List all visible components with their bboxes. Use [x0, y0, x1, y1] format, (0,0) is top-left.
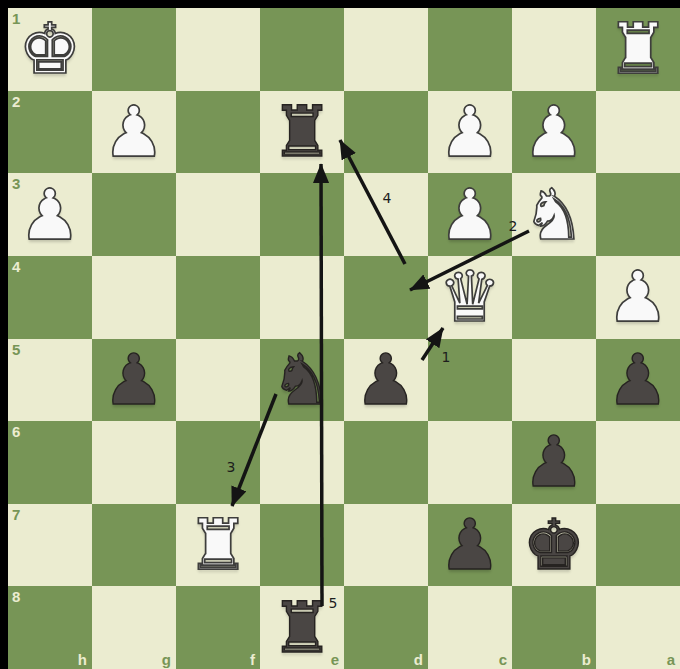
square-f2[interactable]	[176, 91, 260, 174]
square-f1[interactable]	[176, 8, 260, 91]
rank-label-2: 2	[12, 94, 20, 109]
white-queen-piece[interactable]: ♛	[428, 256, 512, 339]
square-h5[interactable]: 5	[8, 339, 92, 422]
square-c6[interactable]	[428, 421, 512, 504]
square-b5[interactable]	[512, 339, 596, 422]
square-b8[interactable]: b	[512, 586, 596, 669]
square-c5[interactable]	[428, 339, 512, 422]
square-f6[interactable]	[176, 421, 260, 504]
file-label-d: d	[414, 652, 423, 667]
white-rook-piece[interactable]: ♜	[596, 8, 680, 91]
file-label-a: a	[667, 652, 675, 667]
black-rook-piece[interactable]: ♜	[260, 586, 344, 669]
square-a8[interactable]: a	[596, 586, 680, 669]
square-d4[interactable]	[344, 256, 428, 339]
file-label-h: h	[78, 652, 87, 667]
square-f4[interactable]	[176, 256, 260, 339]
square-f8[interactable]: f	[176, 586, 260, 669]
square-e4[interactable]	[260, 256, 344, 339]
square-d6[interactable]	[344, 421, 428, 504]
square-g6[interactable]	[92, 421, 176, 504]
file-label-b: b	[582, 652, 591, 667]
white-pawn-piece[interactable]: ♟	[8, 173, 92, 256]
white-knight-piece[interactable]: ♞	[512, 173, 596, 256]
black-pawn-piece[interactable]: ♟	[596, 339, 680, 422]
square-h8[interactable]: 8h	[8, 586, 92, 669]
square-g1[interactable]	[92, 8, 176, 91]
square-a6[interactable]	[596, 421, 680, 504]
square-a3[interactable]	[596, 173, 680, 256]
square-f5[interactable]	[176, 339, 260, 422]
white-rook-piece[interactable]: ♜	[176, 504, 260, 587]
square-c1[interactable]	[428, 8, 512, 91]
rank-label-5: 5	[12, 342, 20, 357]
board-frame: { "game": "chess", "position": { "fen": …	[0, 0, 680, 669]
rank-label-8: 8	[12, 589, 20, 604]
rank-label-7: 7	[12, 507, 20, 522]
square-d8[interactable]: d	[344, 586, 428, 669]
file-label-c: c	[499, 652, 507, 667]
black-pawn-piece[interactable]: ♟	[344, 339, 428, 422]
square-e3[interactable]	[260, 173, 344, 256]
black-pawn-piece[interactable]: ♟	[92, 339, 176, 422]
square-c8[interactable]: c	[428, 586, 512, 669]
white-pawn-piece[interactable]: ♟	[596, 256, 680, 339]
square-g4[interactable]	[92, 256, 176, 339]
square-h4[interactable]: 4	[8, 256, 92, 339]
black-pawn-piece[interactable]: ♟	[428, 504, 512, 587]
square-e7[interactable]	[260, 504, 344, 587]
black-knight-piece[interactable]: ♞	[260, 339, 344, 422]
square-a2[interactable]	[596, 91, 680, 174]
square-e1[interactable]	[260, 8, 344, 91]
square-a7[interactable]	[596, 504, 680, 587]
rank-label-4: 4	[12, 259, 20, 274]
square-g3[interactable]	[92, 173, 176, 256]
black-rook-piece[interactable]: ♜	[260, 91, 344, 174]
square-g7[interactable]	[92, 504, 176, 587]
square-g8[interactable]: g	[92, 586, 176, 669]
square-h2[interactable]: 2	[8, 91, 92, 174]
square-d3[interactable]	[344, 173, 428, 256]
square-b4[interactable]	[512, 256, 596, 339]
rank-label-6: 6	[12, 424, 20, 439]
white-pawn-piece[interactable]: ♟	[512, 91, 596, 174]
white-pawn-piece[interactable]: ♟	[428, 173, 512, 256]
square-f3[interactable]	[176, 173, 260, 256]
white-pawn-piece[interactable]: ♟	[92, 91, 176, 174]
square-h6[interactable]: 6	[8, 421, 92, 504]
file-label-g: g	[162, 652, 171, 667]
square-d1[interactable]	[344, 8, 428, 91]
square-d2[interactable]	[344, 91, 428, 174]
square-e6[interactable]	[260, 421, 344, 504]
square-d7[interactable]	[344, 504, 428, 587]
white-king-piece[interactable]: ♚	[8, 8, 92, 91]
white-pawn-piece[interactable]: ♟	[428, 91, 512, 174]
square-b1[interactable]	[512, 8, 596, 91]
file-label-f: f	[250, 652, 255, 667]
black-king-piece[interactable]: ♚	[512, 504, 596, 587]
square-h7[interactable]: 7	[8, 504, 92, 587]
black-pawn-piece[interactable]: ♟	[512, 421, 596, 504]
